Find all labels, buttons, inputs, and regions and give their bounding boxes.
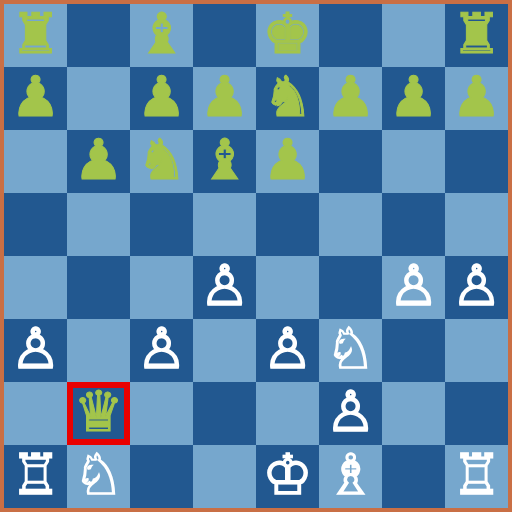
piece-white-pawn[interactable]: ♙ xyxy=(325,380,375,443)
piece-black-king[interactable]: ♚ xyxy=(262,2,312,65)
square-b7[interactable] xyxy=(67,67,130,130)
square-c8[interactable]: ♝ xyxy=(130,4,193,67)
piece-black-pawn[interactable]: ♟ xyxy=(73,128,123,191)
piece-black-rook[interactable]: ♜ xyxy=(10,2,60,65)
piece-black-bishop[interactable]: ♝ xyxy=(136,2,186,65)
square-h5[interactable] xyxy=(445,193,508,256)
square-b5[interactable] xyxy=(67,193,130,256)
square-e6[interactable]: ♟ xyxy=(256,130,319,193)
piece-black-pawn[interactable]: ♟ xyxy=(325,65,375,128)
square-h6[interactable] xyxy=(445,130,508,193)
piece-white-rook[interactable]: ♖ xyxy=(10,443,60,506)
square-a6[interactable] xyxy=(4,130,67,193)
piece-black-pawn[interactable]: ♟ xyxy=(136,65,186,128)
square-d4[interactable]: ♙ xyxy=(193,256,256,319)
square-g5[interactable] xyxy=(382,193,445,256)
square-a5[interactable] xyxy=(4,193,67,256)
square-f6[interactable] xyxy=(319,130,382,193)
square-a7[interactable]: ♟ xyxy=(4,67,67,130)
square-g3[interactable] xyxy=(382,319,445,382)
piece-white-bishop[interactable]: ♗ xyxy=(325,443,375,506)
piece-white-pawn[interactable]: ♙ xyxy=(388,254,438,317)
square-e8[interactable]: ♚ xyxy=(256,4,319,67)
square-c2[interactable] xyxy=(130,382,193,445)
square-e5[interactable] xyxy=(256,193,319,256)
square-e2[interactable] xyxy=(256,382,319,445)
square-b1[interactable]: ♘ xyxy=(67,445,130,508)
square-h8[interactable]: ♜ xyxy=(445,4,508,67)
piece-black-rook[interactable]: ♜ xyxy=(451,2,501,65)
square-b6[interactable]: ♟ xyxy=(67,130,130,193)
piece-black-pawn[interactable]: ♟ xyxy=(262,128,312,191)
piece-white-pawn[interactable]: ♙ xyxy=(10,317,60,380)
square-c1[interactable] xyxy=(130,445,193,508)
piece-black-knight[interactable]: ♞ xyxy=(262,65,312,128)
square-g1[interactable] xyxy=(382,445,445,508)
square-d7[interactable]: ♟ xyxy=(193,67,256,130)
square-h2[interactable] xyxy=(445,382,508,445)
square-c7[interactable]: ♟ xyxy=(130,67,193,130)
square-g7[interactable]: ♟ xyxy=(382,67,445,130)
piece-white-knight[interactable]: ♘ xyxy=(73,443,123,506)
piece-black-queen[interactable]: ♛ xyxy=(73,380,123,443)
piece-black-pawn[interactable]: ♟ xyxy=(199,65,249,128)
square-f5[interactable] xyxy=(319,193,382,256)
square-b4[interactable] xyxy=(67,256,130,319)
piece-white-pawn[interactable]: ♙ xyxy=(199,254,249,317)
square-e7[interactable]: ♞ xyxy=(256,67,319,130)
piece-white-pawn[interactable]: ♙ xyxy=(451,254,501,317)
square-e4[interactable] xyxy=(256,256,319,319)
piece-black-knight[interactable]: ♞ xyxy=(136,128,186,191)
square-c5[interactable] xyxy=(130,193,193,256)
square-c6[interactable]: ♞ xyxy=(130,130,193,193)
piece-white-pawn[interactable]: ♙ xyxy=(262,317,312,380)
piece-white-knight[interactable]: ♘ xyxy=(325,317,375,380)
piece-white-pawn[interactable]: ♙ xyxy=(136,317,186,380)
board-frame: ♜♝♚♜♟♟♟♞♟♟♟♟♞♝♟♙♙♙♙♙♙♘♛♙♖♘♔♗♖ xyxy=(0,0,512,512)
chess-board: ♜♝♚♜♟♟♟♞♟♟♟♟♞♝♟♙♙♙♙♙♙♘♛♙♖♘♔♗♖ xyxy=(4,4,508,508)
square-d1[interactable] xyxy=(193,445,256,508)
square-g8[interactable] xyxy=(382,4,445,67)
piece-white-king[interactable]: ♔ xyxy=(262,443,312,506)
square-f4[interactable] xyxy=(319,256,382,319)
square-h3[interactable] xyxy=(445,319,508,382)
square-b3[interactable] xyxy=(67,319,130,382)
square-g4[interactable]: ♙ xyxy=(382,256,445,319)
square-d5[interactable] xyxy=(193,193,256,256)
square-c3[interactable]: ♙ xyxy=(130,319,193,382)
piece-black-pawn[interactable]: ♟ xyxy=(388,65,438,128)
square-c4[interactable] xyxy=(130,256,193,319)
square-a3[interactable]: ♙ xyxy=(4,319,67,382)
square-g6[interactable] xyxy=(382,130,445,193)
piece-black-bishop[interactable]: ♝ xyxy=(199,128,249,191)
square-a8[interactable]: ♜ xyxy=(4,4,67,67)
square-h1[interactable]: ♖ xyxy=(445,445,508,508)
square-e1[interactable]: ♔ xyxy=(256,445,319,508)
square-f1[interactable]: ♗ xyxy=(319,445,382,508)
square-f2[interactable]: ♙ xyxy=(319,382,382,445)
piece-white-rook[interactable]: ♖ xyxy=(451,443,501,506)
square-d6[interactable]: ♝ xyxy=(193,130,256,193)
square-f7[interactable]: ♟ xyxy=(319,67,382,130)
square-h4[interactable]: ♙ xyxy=(445,256,508,319)
square-g2[interactable] xyxy=(382,382,445,445)
square-f3[interactable]: ♘ xyxy=(319,319,382,382)
piece-black-pawn[interactable]: ♟ xyxy=(451,65,501,128)
square-d8[interactable] xyxy=(193,4,256,67)
square-a2[interactable] xyxy=(4,382,67,445)
square-d2[interactable] xyxy=(193,382,256,445)
square-d3[interactable] xyxy=(193,319,256,382)
square-h7[interactable]: ♟ xyxy=(445,67,508,130)
piece-black-pawn[interactable]: ♟ xyxy=(10,65,60,128)
square-a4[interactable] xyxy=(4,256,67,319)
square-a1[interactable]: ♖ xyxy=(4,445,67,508)
square-e3[interactable]: ♙ xyxy=(256,319,319,382)
square-f8[interactable] xyxy=(319,4,382,67)
square-b2-highlighted[interactable]: ♛ xyxy=(67,382,130,445)
square-b8[interactable] xyxy=(67,4,130,67)
